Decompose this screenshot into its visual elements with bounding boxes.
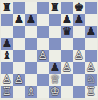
- piece-black-pawn-e3[interactable]: ♟: [50, 62, 60, 74]
- square-g6[interactable]: [73, 26, 85, 38]
- square-b1[interactable]: [13, 86, 25, 98]
- square-c6[interactable]: [25, 26, 37, 38]
- piece-white-rook-a1[interactable]: ♖: [2, 86, 12, 98]
- square-a5[interactable]: ♟: [1, 38, 13, 50]
- square-b7[interactable]: ♟: [13, 14, 25, 26]
- square-b2[interactable]: ♙: [13, 74, 25, 86]
- piece-white-pawn-h3[interactable]: ♙: [86, 62, 96, 74]
- square-g2[interactable]: [73, 74, 85, 86]
- piece-white-rook-h1[interactable]: ♖: [86, 86, 96, 98]
- piece-black-pawn-g7[interactable]: ♟: [74, 14, 84, 26]
- piece-black-bishop-a4[interactable]: ♝: [2, 50, 12, 62]
- piece-black-pawn-a5[interactable]: ♟: [2, 38, 12, 50]
- square-e4[interactable]: [49, 50, 61, 62]
- piece-black-rook-a8[interactable]: ♜: [2, 2, 12, 14]
- square-d5[interactable]: [37, 38, 49, 50]
- square-e3[interactable]: ♟: [49, 62, 61, 74]
- piece-black-pawn-f7[interactable]: ♟: [62, 14, 72, 26]
- square-b3[interactable]: [13, 62, 25, 74]
- piece-white-king-e1[interactable]: ♔: [50, 86, 60, 98]
- piece-white-queen-e2[interactable]: ♕: [50, 74, 60, 86]
- square-a7[interactable]: [1, 14, 13, 26]
- square-e8[interactable]: ♜: [49, 2, 61, 14]
- square-b6[interactable]: [13, 26, 25, 38]
- square-c7[interactable]: ♟: [25, 14, 37, 26]
- piece-white-bishop-c1[interactable]: ♗: [26, 86, 36, 98]
- square-g5[interactable]: [73, 38, 85, 50]
- piece-black-queen-f6[interactable]: ♛: [62, 26, 72, 38]
- square-c8[interactable]: [25, 2, 37, 14]
- square-c4[interactable]: [25, 50, 37, 62]
- square-c3[interactable]: [25, 62, 37, 74]
- square-h7[interactable]: [85, 14, 97, 26]
- square-d2[interactable]: [37, 74, 49, 86]
- square-d3[interactable]: [37, 62, 49, 74]
- square-f5[interactable]: [61, 38, 73, 50]
- square-a3[interactable]: [1, 62, 13, 74]
- square-g3[interactable]: [73, 62, 85, 74]
- square-g1[interactable]: [73, 86, 85, 98]
- square-d8[interactable]: [37, 2, 49, 14]
- square-a6[interactable]: [1, 26, 13, 38]
- square-h8[interactable]: [85, 2, 97, 14]
- square-d6[interactable]: [37, 26, 49, 38]
- square-h1[interactable]: ♖: [85, 86, 97, 98]
- square-b5[interactable]: [13, 38, 25, 50]
- square-h5[interactable]: [85, 38, 97, 50]
- square-d4[interactable]: ♙: [37, 50, 49, 62]
- square-a2[interactable]: ♙: [1, 74, 13, 86]
- square-f3[interactable]: ♙: [61, 62, 73, 74]
- square-b8[interactable]: [13, 2, 25, 14]
- piece-black-rook-e8[interactable]: ♜: [50, 2, 60, 14]
- square-f8[interactable]: [61, 2, 73, 14]
- piece-black-pawn-c7[interactable]: ♟: [26, 14, 36, 26]
- square-g8[interactable]: ♚: [73, 2, 85, 14]
- square-h2[interactable]: ♘: [85, 74, 97, 86]
- piece-black-pawn-h6[interactable]: ♟: [86, 26, 96, 38]
- square-f1[interactable]: [61, 86, 73, 98]
- square-d7[interactable]: [37, 14, 49, 26]
- square-h3[interactable]: ♙: [85, 62, 97, 74]
- square-c1[interactable]: ♗: [25, 86, 37, 98]
- square-e2[interactable]: ♕: [49, 74, 61, 86]
- square-g4[interactable]: ♙: [73, 50, 85, 62]
- piece-black-king-g8[interactable]: ♚: [74, 2, 84, 14]
- square-e1[interactable]: ♔: [49, 86, 61, 98]
- square-e7[interactable]: [49, 14, 61, 26]
- square-f6[interactable]: ♛: [61, 26, 73, 38]
- square-f7[interactable]: ♟: [61, 14, 73, 26]
- square-f4[interactable]: [61, 50, 73, 62]
- piece-white-pawn-f3[interactable]: ♙: [62, 62, 72, 74]
- square-a8[interactable]: ♜: [1, 2, 13, 14]
- square-c5[interactable]: [25, 38, 37, 50]
- piece-white-pawn-a2[interactable]: ♙: [2, 74, 12, 86]
- chess-board: ♜♜♚♟♟♟♟♛♟♟♝♙♙♟♙♙♙♙♕♘♖♗♔♖: [1, 2, 97, 98]
- square-a1[interactable]: ♖: [1, 86, 13, 98]
- piece-white-pawn-g4[interactable]: ♙: [74, 50, 84, 62]
- square-c2[interactable]: [25, 74, 37, 86]
- piece-white-knight-h2[interactable]: ♘: [86, 74, 96, 86]
- square-h4[interactable]: [85, 50, 97, 62]
- piece-white-pawn-b2[interactable]: ♙: [14, 74, 24, 86]
- square-d1[interactable]: [37, 86, 49, 98]
- square-a4[interactable]: ♝: [1, 50, 13, 62]
- piece-white-pawn-d4[interactable]: ♙: [38, 50, 48, 62]
- square-e5[interactable]: [49, 38, 61, 50]
- square-g7[interactable]: ♟: [73, 14, 85, 26]
- square-f2[interactable]: [61, 74, 73, 86]
- square-h6[interactable]: ♟: [85, 26, 97, 38]
- square-b4[interactable]: [13, 50, 25, 62]
- square-e6[interactable]: [49, 26, 61, 38]
- piece-black-pawn-b7[interactable]: ♟: [14, 14, 24, 26]
